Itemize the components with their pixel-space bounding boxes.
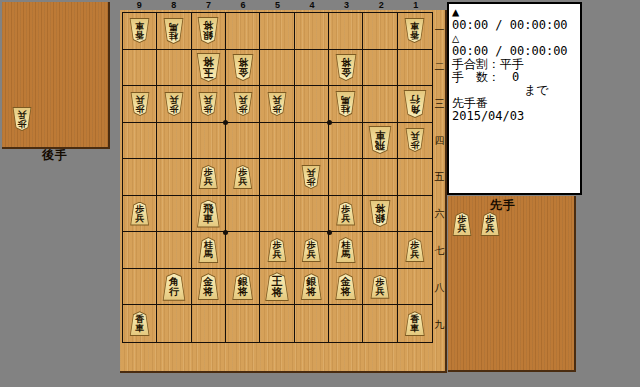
square-79[interactable]: [192, 305, 226, 342]
square-14[interactable]: 歩兵: [398, 123, 432, 160]
square-56[interactable]: [260, 196, 294, 233]
piece-pawn-gote[interactable]: 歩兵: [267, 92, 287, 116]
piece-face: 歩兵: [131, 93, 149, 115]
piece-face: 銀将: [198, 18, 218, 43]
piece-bishop-sente[interactable]: 角行: [162, 273, 186, 301]
piece-face: 歩兵: [199, 166, 217, 188]
file-label-6: 6: [226, 0, 261, 10]
square-16[interactable]: [398, 196, 432, 233]
square-93[interactable]: 歩兵: [123, 86, 157, 123]
piece-face: 歩兵: [234, 166, 252, 188]
square-22[interactable]: [363, 50, 397, 87]
square-64[interactable]: [226, 123, 260, 160]
square-44[interactable]: [295, 123, 329, 160]
square-53[interactable]: 歩兵: [260, 86, 294, 123]
piece-pawn-gote[interactable]: 歩兵: [405, 128, 425, 152]
piece-knight-sente[interactable]: 桂馬: [335, 237, 356, 263]
square-31[interactable]: [329, 13, 363, 50]
square-49[interactable]: [295, 305, 329, 342]
square-68[interactable]: 銀将: [226, 269, 260, 306]
piece-face: 歩兵: [165, 93, 183, 115]
shogi-board: 香車桂馬銀将香車玉将金将金将歩兵歩兵歩兵歩兵歩兵桂馬角行飛車歩兵歩兵歩兵歩兵歩兵…: [120, 10, 447, 373]
square-54[interactable]: [260, 123, 294, 160]
square-58[interactable]: 王将: [260, 269, 294, 306]
file-label-5: 5: [260, 0, 295, 10]
square-86[interactable]: [157, 196, 191, 233]
file-label-3: 3: [329, 0, 364, 10]
piece-face: 金将: [336, 55, 356, 80]
square-38[interactable]: 金将: [329, 269, 363, 306]
square-35[interactable]: [329, 159, 363, 196]
square-67[interactable]: [226, 232, 260, 269]
piece-silver-sente[interactable]: 銀将: [232, 273, 254, 300]
piece-pawn-sente[interactable]: 歩兵: [452, 212, 472, 236]
square-85[interactable]: [157, 159, 191, 196]
piece-face: 飛車: [369, 127, 391, 153]
square-65[interactable]: 歩兵: [226, 159, 260, 196]
piece-pawn-sente[interactable]: 歩兵: [370, 275, 390, 299]
piece-face: 歩兵: [234, 93, 252, 115]
file-label-7: 7: [191, 0, 226, 10]
square-95[interactable]: [123, 159, 157, 196]
piece-face: 銀将: [233, 274, 253, 299]
piece-face: 香車: [405, 19, 424, 42]
date-line: 2015/04/03: [452, 110, 580, 123]
square-39[interactable]: [329, 305, 363, 342]
square-19[interactable]: 香車: [398, 305, 432, 342]
square-47[interactable]: 歩兵: [295, 232, 329, 269]
rank-label-4: 四: [434, 122, 445, 159]
rank-coordinates: 一二三四五六七八九: [434, 12, 445, 343]
square-42[interactable]: [295, 50, 329, 87]
square-45[interactable]: 歩兵: [295, 159, 329, 196]
square-43[interactable]: [295, 86, 329, 123]
square-59[interactable]: [260, 305, 294, 342]
piece-knight-sente[interactable]: 桂馬: [198, 237, 219, 263]
rank-label-6: 六: [434, 196, 445, 233]
file-label-9: 9: [122, 0, 157, 10]
sente-piece-stand[interactable]: 先手 歩兵歩兵: [448, 196, 576, 372]
piece-face: 歩兵: [453, 213, 471, 235]
square-74[interactable]: [192, 123, 226, 160]
square-41[interactable]: [295, 13, 329, 50]
rank-label-8: 八: [434, 269, 445, 306]
piece-pawn-sente[interactable]: 歩兵: [233, 165, 253, 189]
piece-face: 歩兵: [13, 108, 31, 130]
piece-face: 香車: [130, 312, 149, 335]
piece-pawn-gote[interactable]: 歩兵: [233, 92, 253, 116]
square-25[interactable]: [363, 159, 397, 196]
square-75[interactable]: 歩兵: [192, 159, 226, 196]
piece-pawn-sente[interactable]: 歩兵: [130, 202, 150, 226]
piece-face: 歩兵: [268, 239, 286, 261]
piece-face: 銀将: [301, 274, 321, 299]
piece-face: 銀将: [370, 201, 390, 226]
square-73[interactable]: 歩兵: [192, 86, 226, 123]
square-61[interactable]: [226, 13, 260, 50]
hoshi-dot: [223, 120, 228, 125]
rank-label-5: 五: [434, 159, 445, 196]
square-18[interactable]: [398, 269, 432, 306]
square-33[interactable]: 桂馬: [329, 86, 363, 123]
piece-pawn-gote[interactable]: 歩兵: [12, 107, 32, 131]
piece-pawn-sente[interactable]: 歩兵: [480, 212, 500, 236]
piece-rook-sente[interactable]: 飛車: [196, 200, 220, 228]
gote-label: 後手: [0, 147, 110, 164]
piece-face: 飛車: [197, 201, 219, 227]
piece-face: 角行: [163, 274, 185, 300]
piece-king-gote[interactable]: 玉将: [196, 53, 221, 82]
square-96[interactable]: 歩兵: [123, 196, 157, 233]
piece-face: 歩兵: [302, 166, 320, 188]
piece-face: 金将: [233, 55, 253, 80]
square-57[interactable]: 歩兵: [260, 232, 294, 269]
sente-hand-pieces: 歩兵歩兵: [452, 212, 500, 236]
piece-bishop-gote[interactable]: 角行: [403, 90, 427, 118]
piece-gold-gote[interactable]: 金将: [232, 54, 254, 81]
square-82[interactable]: [157, 50, 191, 87]
piece-silver-gote[interactable]: 銀将: [369, 200, 391, 227]
piece-lance-sente[interactable]: 香車: [129, 311, 150, 336]
file-label-1: 1: [398, 0, 433, 10]
piece-face: 桂馬: [336, 92, 355, 116]
square-94[interactable]: [123, 123, 157, 160]
piece-silver-gote[interactable]: 銀将: [197, 17, 219, 44]
hoshi-dot: [327, 230, 332, 235]
square-98[interactable]: [123, 269, 157, 306]
gote-piece-stand[interactable]: 歩兵: [2, 2, 110, 149]
piece-face: 金将: [336, 274, 356, 299]
square-36[interactable]: 歩兵: [329, 196, 363, 233]
square-77[interactable]: 桂馬: [192, 232, 226, 269]
piece-face: 歩兵: [371, 276, 389, 298]
piece-face: 桂馬: [336, 238, 355, 262]
piece-rook-gote[interactable]: 飛車: [368, 126, 392, 154]
rank-label-7: 七: [434, 233, 445, 270]
square-66[interactable]: [226, 196, 260, 233]
square-37[interactable]: 桂馬: [329, 232, 363, 269]
piece-face: 王将: [265, 273, 288, 300]
rank-label-3: 三: [434, 86, 445, 123]
piece-face: 歩兵: [302, 239, 320, 261]
square-11[interactable]: 香車: [398, 13, 432, 50]
square-89[interactable]: [157, 305, 191, 342]
file-label-8: 8: [157, 0, 192, 10]
piece-gold-sente[interactable]: 金将: [335, 273, 357, 300]
piece-face: 歩兵: [268, 93, 286, 115]
piece-face: 歩兵: [406, 239, 424, 261]
square-29[interactable]: [363, 305, 397, 342]
square-91[interactable]: 香車: [123, 13, 157, 50]
sente-clock: 00:00 / 00:00:00: [452, 19, 580, 32]
square-27[interactable]: [363, 232, 397, 269]
piece-face: 角行: [404, 91, 426, 117]
piece-face: 金将: [198, 274, 218, 299]
piece-face: 歩兵: [481, 213, 499, 235]
square-12[interactable]: [398, 50, 432, 87]
square-13[interactable]: 角行: [398, 86, 432, 123]
square-24[interactable]: 飛車: [363, 123, 397, 160]
square-63[interactable]: 歩兵: [226, 86, 260, 123]
piece-lance-gote[interactable]: 香車: [404, 18, 425, 43]
square-62[interactable]: 金将: [226, 50, 260, 87]
piece-pawn-sente[interactable]: 歩兵: [267, 238, 287, 262]
piece-face: 香車: [130, 19, 149, 42]
piece-pawn-gote[interactable]: 歩兵: [164, 92, 184, 116]
piece-pawn-sente[interactable]: 歩兵: [198, 165, 218, 189]
square-99[interactable]: 香車: [123, 305, 157, 342]
square-23[interactable]: [363, 86, 397, 123]
square-26[interactable]: 銀将: [363, 196, 397, 233]
piece-gold-sente[interactable]: 金将: [197, 273, 219, 300]
piece-gold-gote[interactable]: 金将: [335, 54, 357, 81]
piece-lance-gote[interactable]: 香車: [129, 18, 150, 43]
piece-knight-gote[interactable]: 桂馬: [163, 18, 184, 44]
square-78[interactable]: 金将: [192, 269, 226, 306]
file-label-4: 4: [295, 0, 330, 10]
square-72[interactable]: 玉将: [192, 50, 226, 87]
piece-face: 桂馬: [199, 238, 218, 262]
piece-face: 歩兵: [337, 203, 355, 225]
rank-label-1: 一: [434, 12, 445, 49]
square-15[interactable]: [398, 159, 432, 196]
square-48[interactable]: 銀将: [295, 269, 329, 306]
piece-pawn-sente[interactable]: 歩兵: [336, 202, 356, 226]
square-92[interactable]: [123, 50, 157, 87]
piece-silver-sente[interactable]: 銀将: [300, 273, 322, 300]
square-88[interactable]: 角行: [157, 269, 191, 306]
square-55[interactable]: [260, 159, 294, 196]
piece-knight-gote[interactable]: 桂馬: [335, 91, 356, 117]
square-84[interactable]: [157, 123, 191, 160]
square-46[interactable]: [295, 196, 329, 233]
square-51[interactable]: [260, 13, 294, 50]
square-21[interactable]: [363, 13, 397, 50]
piece-face: 歩兵: [199, 93, 217, 115]
file-label-2: 2: [364, 0, 399, 10]
board-grid: 香車桂馬銀将香車玉将金将金将歩兵歩兵歩兵歩兵歩兵桂馬角行飛車歩兵歩兵歩兵歩兵歩兵…: [122, 12, 433, 343]
square-17[interactable]: 歩兵: [398, 232, 432, 269]
gote-hand-pieces: 歩兵: [12, 107, 32, 131]
piece-lance-sente[interactable]: 香車: [404, 311, 425, 336]
piece-king-sente[interactable]: 王将: [264, 272, 289, 301]
piece-pawn-gote[interactable]: 歩兵: [301, 165, 321, 189]
game-info-panel: ▲ 00:00 / 00:00:00 △ 00:00 / 00:00:00 手合…: [447, 2, 582, 195]
piece-face: 香車: [405, 312, 424, 335]
square-52[interactable]: [260, 50, 294, 87]
square-71[interactable]: 銀将: [192, 13, 226, 50]
file-coordinates: 987654321: [122, 0, 433, 10]
piece-pawn-sente[interactable]: 歩兵: [405, 238, 425, 262]
square-69[interactable]: [226, 305, 260, 342]
piece-pawn-gote[interactable]: 歩兵: [198, 92, 218, 116]
square-87[interactable]: [157, 232, 191, 269]
square-81[interactable]: 桂馬: [157, 13, 191, 50]
piece-pawn-gote[interactable]: 歩兵: [130, 92, 150, 116]
square-83[interactable]: 歩兵: [157, 86, 191, 123]
shogi-app: 歩兵 後手 987654321 香車桂馬銀将香車玉将金将金将歩兵歩兵歩兵歩兵歩兵…: [0, 0, 640, 387]
square-97[interactable]: [123, 232, 157, 269]
square-32[interactable]: 金将: [329, 50, 363, 87]
piece-face: 桂馬: [164, 19, 183, 43]
hoshi-dot: [223, 230, 228, 235]
rank-label-9: 九: [434, 306, 445, 343]
piece-pawn-sente[interactable]: 歩兵: [301, 238, 321, 262]
rank-label-2: 二: [434, 49, 445, 86]
piece-face: 歩兵: [406, 129, 424, 151]
square-76[interactable]: 飛車: [192, 196, 226, 233]
hoshi-dot: [327, 120, 332, 125]
piece-face: 玉将: [197, 54, 220, 81]
piece-face: 歩兵: [131, 203, 149, 225]
square-28[interactable]: 歩兵: [363, 269, 397, 306]
square-34[interactable]: [329, 123, 363, 160]
